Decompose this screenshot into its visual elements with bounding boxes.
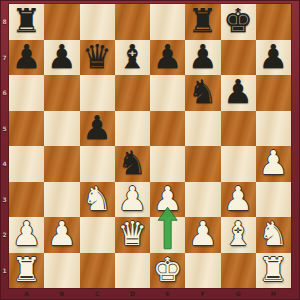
black-pawn[interactable]: ♟ [82, 111, 112, 144]
square-e7[interactable]: ♟ [150, 40, 185, 76]
square-a7[interactable]: ♟ [9, 40, 44, 76]
black-queen[interactable]: ♛ [82, 40, 112, 73]
rank-label-2: 2 [0, 231, 9, 238]
square-e8[interactable] [150, 4, 185, 40]
white-rook[interactable]: ♜ [259, 253, 289, 286]
square-e1[interactable]: ♚ [150, 253, 185, 289]
square-d2[interactable]: ♛ [115, 217, 150, 253]
square-c2[interactable] [80, 217, 115, 253]
square-b5[interactable] [44, 111, 79, 147]
square-c6[interactable] [80, 75, 115, 111]
square-f1[interactable] [185, 253, 220, 289]
rank-label-8: 8 [0, 18, 9, 25]
square-f8[interactable]: ♜ [185, 4, 220, 40]
white-pawn[interactable]: ♟ [118, 182, 148, 215]
black-pawn[interactable]: ♟ [12, 40, 42, 73]
square-h5[interactable] [256, 111, 291, 147]
rank-label-5: 5 [0, 125, 9, 132]
square-b1[interactable] [44, 253, 79, 289]
square-e6[interactable] [150, 75, 185, 111]
square-h1[interactable]: ♜ [256, 253, 291, 289]
square-h2[interactable]: ♞ [256, 217, 291, 253]
black-knight[interactable]: ♞ [118, 146, 148, 179]
white-pawn[interactable]: ♟ [188, 217, 218, 250]
white-pawn[interactable]: ♟ [223, 182, 253, 215]
square-g4[interactable] [221, 146, 256, 182]
black-pawn[interactable]: ♟ [223, 75, 253, 108]
square-c8[interactable] [80, 4, 115, 40]
square-d4[interactable]: ♞ [115, 146, 150, 182]
file-label-a: A [9, 289, 44, 299]
square-c3[interactable]: ♞ [80, 182, 115, 218]
square-d1[interactable] [115, 253, 150, 289]
square-g6[interactable]: ♟ [221, 75, 256, 111]
square-d5[interactable] [115, 111, 150, 147]
rank-label-3: 3 [0, 196, 9, 203]
file-label-e: E [150, 289, 185, 299]
square-d7[interactable]: ♝ [115, 40, 150, 76]
square-a8[interactable]: ♜ [9, 4, 44, 40]
square-b2[interactable]: ♟ [44, 217, 79, 253]
white-rook[interactable]: ♜ [12, 253, 42, 286]
black-bishop[interactable]: ♝ [118, 40, 148, 73]
square-b8[interactable] [44, 4, 79, 40]
square-a6[interactable] [9, 75, 44, 111]
square-f6[interactable]: ♞ [185, 75, 220, 111]
black-rook[interactable]: ♜ [188, 4, 218, 37]
white-pawn[interactable]: ♟ [12, 217, 42, 250]
square-d8[interactable] [115, 4, 150, 40]
square-e3[interactable]: ♟ [150, 182, 185, 218]
square-a1[interactable]: ♜ [9, 253, 44, 289]
square-c1[interactable] [80, 253, 115, 289]
black-pawn[interactable]: ♟ [153, 40, 183, 73]
square-b6[interactable] [44, 75, 79, 111]
square-a4[interactable] [9, 146, 44, 182]
square-c4[interactable] [80, 146, 115, 182]
square-g5[interactable] [221, 111, 256, 147]
square-c7[interactable]: ♛ [80, 40, 115, 76]
square-h4[interactable]: ♟ [256, 146, 291, 182]
square-h8[interactable] [256, 4, 291, 40]
square-h3[interactable] [256, 182, 291, 218]
square-e2[interactable] [150, 217, 185, 253]
square-g8[interactable]: ♚ [221, 4, 256, 40]
file-label-h: H [256, 289, 291, 299]
file-label-b: B [44, 289, 79, 299]
chess-board-frame: ♜♜♚♟♟♛♝♟♟♟♞♟♟♞♟♞♟♟♟♟♟♛♟♝♞♜♚♜ 87654321ABC… [0, 0, 300, 300]
square-h7[interactable]: ♟ [256, 40, 291, 76]
rank-label-4: 4 [0, 160, 9, 167]
rank-label-1: 1 [0, 267, 9, 274]
square-c5[interactable]: ♟ [80, 111, 115, 147]
black-rook[interactable]: ♜ [12, 4, 42, 37]
rank-label-6: 6 [0, 89, 9, 96]
square-b4[interactable] [44, 146, 79, 182]
square-e4[interactable] [150, 146, 185, 182]
square-f2[interactable]: ♟ [185, 217, 220, 253]
file-label-d: D [115, 289, 150, 299]
white-queen[interactable]: ♛ [118, 217, 148, 250]
black-pawn[interactable]: ♟ [188, 40, 218, 73]
square-b7[interactable]: ♟ [44, 40, 79, 76]
square-h6[interactable] [256, 75, 291, 111]
white-king[interactable]: ♚ [153, 253, 183, 286]
chess-board: ♜♜♚♟♟♛♝♟♟♟♞♟♟♞♟♞♟♟♟♟♟♛♟♝♞♜♚♜ [9, 4, 291, 288]
file-label-g: G [221, 289, 256, 299]
square-f5[interactable] [185, 111, 220, 147]
square-d6[interactable] [115, 75, 150, 111]
white-knight[interactable]: ♞ [82, 182, 112, 215]
square-a3[interactable] [9, 182, 44, 218]
white-knight[interactable]: ♞ [259, 217, 289, 250]
square-e5[interactable] [150, 111, 185, 147]
file-label-f: F [185, 289, 220, 299]
black-king[interactable]: ♚ [223, 4, 253, 37]
square-a2[interactable]: ♟ [9, 217, 44, 253]
square-d3[interactable]: ♟ [115, 182, 150, 218]
square-g7[interactable] [221, 40, 256, 76]
square-a5[interactable] [9, 111, 44, 147]
square-f4[interactable] [185, 146, 220, 182]
square-f7[interactable]: ♟ [185, 40, 220, 76]
black-pawn[interactable]: ♟ [259, 40, 289, 73]
white-pawn[interactable]: ♟ [259, 146, 289, 179]
square-f3[interactable] [185, 182, 220, 218]
rank-label-7: 7 [0, 54, 9, 61]
black-knight[interactable]: ♞ [188, 75, 218, 108]
square-g3[interactable]: ♟ [221, 182, 256, 218]
white-bishop[interactable]: ♝ [223, 217, 253, 250]
white-pawn[interactable]: ♟ [153, 182, 183, 215]
black-pawn[interactable]: ♟ [47, 40, 77, 73]
square-g1[interactable] [221, 253, 256, 289]
white-pawn[interactable]: ♟ [47, 217, 77, 250]
square-b3[interactable] [44, 182, 79, 218]
square-g2[interactable]: ♝ [221, 217, 256, 253]
file-label-c: C [80, 289, 115, 299]
